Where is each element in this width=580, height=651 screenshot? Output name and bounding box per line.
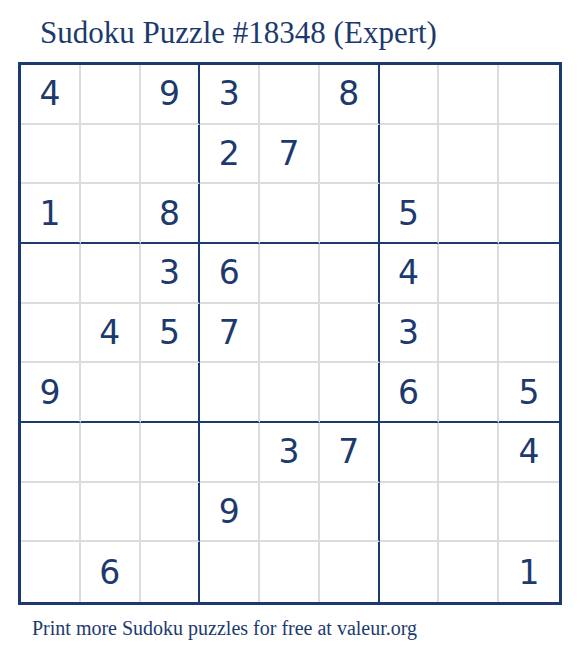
cell-r7c4[interactable] — [200, 423, 260, 483]
cell-r7c1[interactable] — [21, 423, 81, 483]
cell-r4c2[interactable] — [81, 244, 141, 304]
cell-r6c4[interactable] — [200, 363, 260, 423]
cell-r4c4[interactable]: 6 — [200, 244, 260, 304]
cell-r6c6[interactable] — [320, 363, 380, 423]
cell-r1c5[interactable] — [260, 65, 320, 125]
cell-r2c2[interactable] — [81, 125, 141, 185]
cell-r3c1[interactable]: 1 — [21, 184, 81, 244]
cell-r9c2[interactable]: 6 — [81, 542, 141, 602]
cell-r2c5[interactable]: 7 — [260, 125, 320, 185]
cell-r8c5[interactable] — [260, 483, 320, 543]
cell-r5c4[interactable]: 7 — [200, 304, 260, 364]
cell-r4c3[interactable]: 3 — [141, 244, 201, 304]
sudoku-board: 4938271853644573965374961 — [18, 62, 562, 605]
cell-r9c5[interactable] — [260, 542, 320, 602]
page-title: Sudoku Puzzle #18348 (Expert) — [40, 15, 580, 51]
cell-r7c9[interactable]: 4 — [499, 423, 559, 483]
cell-r9c7[interactable] — [380, 542, 440, 602]
cell-r4c8[interactable] — [439, 244, 499, 304]
cell-r1c4[interactable]: 3 — [200, 65, 260, 125]
cell-r5c6[interactable] — [320, 304, 380, 364]
cell-r9c9[interactable]: 1 — [499, 542, 559, 602]
cell-r1c3[interactable]: 9 — [141, 65, 201, 125]
cell-r6c7[interactable]: 6 — [380, 363, 440, 423]
cell-r3c8[interactable] — [439, 184, 499, 244]
cell-r9c1[interactable] — [21, 542, 81, 602]
cell-r2c6[interactable] — [320, 125, 380, 185]
cell-r5c7[interactable]: 3 — [380, 304, 440, 364]
cell-r7c5[interactable]: 3 — [260, 423, 320, 483]
cell-r2c4[interactable]: 2 — [200, 125, 260, 185]
cell-r7c8[interactable] — [439, 423, 499, 483]
cell-r4c5[interactable] — [260, 244, 320, 304]
cell-r7c2[interactable] — [81, 423, 141, 483]
cell-r8c6[interactable] — [320, 483, 380, 543]
cell-r4c7[interactable]: 4 — [380, 244, 440, 304]
cell-r1c6[interactable]: 8 — [320, 65, 380, 125]
footer-text: Print more Sudoku puzzles for free at va… — [32, 617, 580, 640]
cell-r1c2[interactable] — [81, 65, 141, 125]
cell-r9c8[interactable] — [439, 542, 499, 602]
cell-r3c2[interactable] — [81, 184, 141, 244]
cell-r4c9[interactable] — [499, 244, 559, 304]
cell-r6c3[interactable] — [141, 363, 201, 423]
cell-r8c1[interactable] — [21, 483, 81, 543]
cell-r4c1[interactable] — [21, 244, 81, 304]
cell-r3c9[interactable] — [499, 184, 559, 244]
cell-r8c7[interactable] — [380, 483, 440, 543]
cell-r1c7[interactable] — [380, 65, 440, 125]
cell-r5c1[interactable] — [21, 304, 81, 364]
cell-r6c8[interactable] — [439, 363, 499, 423]
cell-r6c5[interactable] — [260, 363, 320, 423]
cell-r2c1[interactable] — [21, 125, 81, 185]
cell-r6c2[interactable] — [81, 363, 141, 423]
cell-r5c9[interactable] — [499, 304, 559, 364]
cell-r3c6[interactable] — [320, 184, 380, 244]
cell-r1c9[interactable] — [499, 65, 559, 125]
cell-r8c2[interactable] — [81, 483, 141, 543]
cell-r3c5[interactable] — [260, 184, 320, 244]
cell-r9c6[interactable] — [320, 542, 380, 602]
cell-r4c6[interactable] — [320, 244, 380, 304]
cell-r6c1[interactable]: 9 — [21, 363, 81, 423]
cell-r1c1[interactable]: 4 — [21, 65, 81, 125]
cell-r2c8[interactable] — [439, 125, 499, 185]
cell-r8c9[interactable] — [499, 483, 559, 543]
cell-r8c4[interactable]: 9 — [200, 483, 260, 543]
cell-r5c5[interactable] — [260, 304, 320, 364]
cell-r5c3[interactable]: 5 — [141, 304, 201, 364]
cell-r9c3[interactable] — [141, 542, 201, 602]
cell-r3c7[interactable]: 5 — [380, 184, 440, 244]
cell-r8c3[interactable] — [141, 483, 201, 543]
cell-r7c6[interactable]: 7 — [320, 423, 380, 483]
cell-r6c9[interactable]: 5 — [499, 363, 559, 423]
cell-r1c8[interactable] — [439, 65, 499, 125]
cell-r9c4[interactable] — [200, 542, 260, 602]
cell-r2c7[interactable] — [380, 125, 440, 185]
cell-r3c3[interactable]: 8 — [141, 184, 201, 244]
cell-r2c9[interactable] — [499, 125, 559, 185]
cell-r7c3[interactable] — [141, 423, 201, 483]
cell-r5c8[interactable] — [439, 304, 499, 364]
cell-r8c8[interactable] — [439, 483, 499, 543]
cell-r7c7[interactable] — [380, 423, 440, 483]
cell-r2c3[interactable] — [141, 125, 201, 185]
cell-r3c4[interactable] — [200, 184, 260, 244]
cell-r5c2[interactable]: 4 — [81, 304, 141, 364]
